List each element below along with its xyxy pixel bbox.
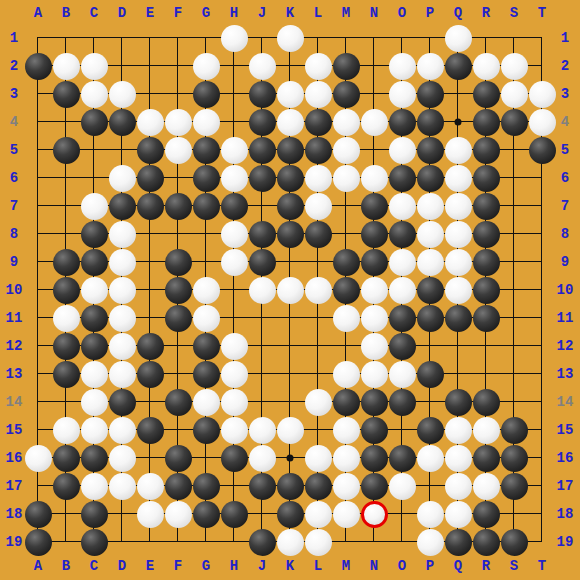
white-stone <box>81 81 108 108</box>
white-stone <box>501 81 528 108</box>
black-stone <box>305 473 332 500</box>
board-point-H3[interactable] <box>220 80 248 108</box>
board-point-G7 <box>192 192 220 220</box>
board-point-N7 <box>360 192 388 220</box>
board-point-B7[interactable] <box>52 192 80 220</box>
board-point-P14[interactable] <box>416 388 444 416</box>
board-point-J9 <box>248 248 276 276</box>
board-point-S6[interactable] <box>500 164 528 192</box>
go-board[interactable]: AABBCCDDEEFFGGHHJJKKLLMMNNOOPPQQRRSSTT11… <box>0 0 580 580</box>
board-point-G9[interactable] <box>192 248 220 276</box>
board-point-N5[interactable] <box>360 136 388 164</box>
board-point-H16 <box>220 444 248 472</box>
white-stone <box>305 389 332 416</box>
black-stone <box>193 417 220 444</box>
column-label-bottom-S: S <box>510 559 518 573</box>
board-point-B4[interactable] <box>52 108 80 136</box>
white-stone <box>389 361 416 388</box>
board-point-K12[interactable] <box>276 332 304 360</box>
board-point-T17[interactable] <box>528 472 556 500</box>
white-stone <box>445 473 472 500</box>
board-point-E14[interactable] <box>136 388 164 416</box>
board-point-B1[interactable] <box>52 24 80 52</box>
board-point-L3 <box>304 80 332 108</box>
board-point-E2[interactable] <box>136 52 164 80</box>
column-label-bottom-N: N <box>370 559 378 573</box>
board-point-B19[interactable] <box>52 528 80 556</box>
black-stone <box>473 109 500 136</box>
white-stone <box>137 473 164 500</box>
board-point-B8[interactable] <box>52 220 80 248</box>
board-point-P16 <box>416 444 444 472</box>
board-point-S3 <box>500 80 528 108</box>
row-label-right-5: 5 <box>561 143 569 157</box>
row-label-left-7: 7 <box>10 199 18 213</box>
board-point-T10[interactable] <box>528 276 556 304</box>
column-label-bottom-B: B <box>62 559 70 573</box>
board-point-K16[interactable] <box>276 444 304 472</box>
board-point-L11[interactable] <box>304 304 332 332</box>
board-point-R16 <box>472 444 500 472</box>
board-point-A14[interactable] <box>24 388 52 416</box>
board-point-N11 <box>360 304 388 332</box>
board-point-B2 <box>52 52 80 80</box>
board-point-S15 <box>500 416 528 444</box>
white-stone <box>473 417 500 444</box>
row-label-right-17: 17 <box>557 479 574 493</box>
black-stone <box>249 529 276 556</box>
board-point-C16 <box>80 444 108 472</box>
board-point-Q4[interactable] <box>444 108 472 136</box>
board-point-E3[interactable] <box>136 80 164 108</box>
board-point-Q17 <box>444 472 472 500</box>
board-point-E19[interactable] <box>136 528 164 556</box>
board-point-O3 <box>388 80 416 108</box>
board-point-N1[interactable] <box>360 24 388 52</box>
board-point-J5 <box>248 136 276 164</box>
white-stone <box>417 529 444 556</box>
board-point-P15 <box>416 416 444 444</box>
row-label-right-1: 1 <box>561 31 569 45</box>
board-point-F2[interactable] <box>164 52 192 80</box>
board-point-E8[interactable] <box>136 220 164 248</box>
black-stone <box>81 445 108 472</box>
white-stone <box>333 417 360 444</box>
board-point-Q3[interactable] <box>444 80 472 108</box>
black-stone <box>473 249 500 276</box>
board-point-L1[interactable] <box>304 24 332 52</box>
row-label-left-15: 15 <box>6 423 23 437</box>
white-stone <box>193 389 220 416</box>
board-point-E13 <box>136 360 164 388</box>
board-point-E1[interactable] <box>136 24 164 52</box>
board-point-B10 <box>52 276 80 304</box>
black-stone <box>473 529 500 556</box>
board-point-R14 <box>472 388 500 416</box>
board-point-F3[interactable] <box>164 80 192 108</box>
board-point-A1[interactable] <box>24 24 52 52</box>
black-stone <box>193 333 220 360</box>
board-point-G18 <box>192 500 220 528</box>
board-point-A11[interactable] <box>24 304 52 332</box>
board-point-L9[interactable] <box>304 248 332 276</box>
black-stone <box>165 193 192 220</box>
white-stone <box>417 445 444 472</box>
board-point-R12[interactable] <box>472 332 500 360</box>
board-point-A5[interactable] <box>24 136 52 164</box>
board-point-N17 <box>360 472 388 500</box>
white-stone <box>193 109 220 136</box>
board-point-S14[interactable] <box>500 388 528 416</box>
column-label-top-H: H <box>230 6 238 20</box>
board-point-G16[interactable] <box>192 444 220 472</box>
board-point-T16[interactable] <box>528 444 556 472</box>
white-stone <box>361 305 388 332</box>
column-label-top-M: M <box>342 6 350 20</box>
board-point-S5[interactable] <box>500 136 528 164</box>
column-label-top-C: C <box>90 6 98 20</box>
board-point-J14[interactable] <box>248 388 276 416</box>
board-point-O13 <box>388 360 416 388</box>
board-point-Q6 <box>444 164 472 192</box>
board-point-A2 <box>24 52 52 80</box>
board-point-B18[interactable] <box>52 500 80 528</box>
black-stone <box>417 417 444 444</box>
board-point-H10[interactable] <box>220 276 248 304</box>
board-point-A12[interactable] <box>24 332 52 360</box>
board-point-T6[interactable] <box>528 164 556 192</box>
board-point-H11[interactable] <box>220 304 248 332</box>
board-point-K14[interactable] <box>276 388 304 416</box>
white-stone <box>333 305 360 332</box>
go-app-screen: AABBCCDDEEFFGGHHJJKKLLMMNNOOPPQQRRSSTT11… <box>0 0 580 580</box>
board-point-C17 <box>80 472 108 500</box>
board-point-A9[interactable] <box>24 248 52 276</box>
row-label-right-15: 15 <box>557 423 574 437</box>
white-stone <box>305 165 332 192</box>
board-point-F1[interactable] <box>164 24 192 52</box>
board-point-C5[interactable] <box>80 136 108 164</box>
board-point-J18[interactable] <box>248 500 276 528</box>
board-points-grid <box>24 24 556 556</box>
white-stone <box>333 445 360 472</box>
board-point-T7[interactable] <box>528 192 556 220</box>
column-label-top-A: A <box>34 6 42 20</box>
column-label-top-T: T <box>538 6 546 20</box>
board-point-O15[interactable] <box>388 416 416 444</box>
board-point-P12[interactable] <box>416 332 444 360</box>
board-point-M12[interactable] <box>332 332 360 360</box>
white-stone <box>109 221 136 248</box>
board-point-R13[interactable] <box>472 360 500 388</box>
board-point-S13[interactable] <box>500 360 528 388</box>
board-point-F6[interactable] <box>164 164 192 192</box>
board-point-B12 <box>52 332 80 360</box>
board-point-H4[interactable] <box>220 108 248 136</box>
board-point-T12[interactable] <box>528 332 556 360</box>
board-point-O1[interactable] <box>388 24 416 52</box>
row-label-right-16: 16 <box>557 451 574 465</box>
white-stone <box>417 193 444 220</box>
board-point-T13[interactable] <box>528 360 556 388</box>
board-point-O18[interactable] <box>388 500 416 528</box>
board-point-H17[interactable] <box>220 472 248 500</box>
board-point-G14 <box>192 388 220 416</box>
board-point-H2[interactable] <box>220 52 248 80</box>
board-point-D10 <box>108 276 136 304</box>
board-point-M3 <box>332 80 360 108</box>
white-stone <box>221 333 248 360</box>
board-point-A7[interactable] <box>24 192 52 220</box>
board-point-D1[interactable] <box>108 24 136 52</box>
column-label-bottom-A: A <box>34 559 42 573</box>
board-point-E11[interactable] <box>136 304 164 332</box>
board-point-F13[interactable] <box>164 360 192 388</box>
board-point-T9[interactable] <box>528 248 556 276</box>
board-point-J12[interactable] <box>248 332 276 360</box>
board-point-E12 <box>136 332 164 360</box>
board-point-G11 <box>192 304 220 332</box>
column-label-bottom-D: D <box>118 559 126 573</box>
board-point-B6[interactable] <box>52 164 80 192</box>
row-label-right-18: 18 <box>557 507 574 521</box>
board-point-C8 <box>80 220 108 248</box>
board-point-S10[interactable] <box>500 276 528 304</box>
board-point-D18[interactable] <box>108 500 136 528</box>
black-stone <box>53 445 80 472</box>
board-point-S8[interactable] <box>500 220 528 248</box>
board-point-B16 <box>52 444 80 472</box>
board-point-T14[interactable] <box>528 388 556 416</box>
black-stone <box>277 473 304 500</box>
board-point-T8[interactable] <box>528 220 556 248</box>
column-label-bottom-L: L <box>314 559 322 573</box>
white-stone <box>109 165 136 192</box>
board-point-K2[interactable] <box>276 52 304 80</box>
board-point-M16 <box>332 444 360 472</box>
black-stone <box>361 389 388 416</box>
board-point-N3[interactable] <box>360 80 388 108</box>
board-point-D11 <box>108 304 136 332</box>
board-point-M1[interactable] <box>332 24 360 52</box>
board-point-Q18 <box>444 500 472 528</box>
board-point-T11[interactable] <box>528 304 556 332</box>
black-stone <box>473 277 500 304</box>
board-point-L15[interactable] <box>304 416 332 444</box>
white-stone <box>445 277 472 304</box>
board-point-M18 <box>332 500 360 528</box>
board-point-E4 <box>136 108 164 136</box>
board-point-O9 <box>388 248 416 276</box>
board-point-J1[interactable] <box>248 24 276 52</box>
black-stone <box>361 249 388 276</box>
board-point-F19[interactable] <box>164 528 192 556</box>
board-point-D5[interactable] <box>108 136 136 164</box>
board-point-A10[interactable] <box>24 276 52 304</box>
board-point-B13 <box>52 360 80 388</box>
board-point-R8 <box>472 220 500 248</box>
board-point-H13 <box>220 360 248 388</box>
board-point-A13[interactable] <box>24 360 52 388</box>
column-label-top-Q: Q <box>454 6 462 20</box>
board-point-O7 <box>388 192 416 220</box>
white-stone <box>221 25 248 52</box>
white-stone <box>445 445 472 472</box>
board-point-L16 <box>304 444 332 472</box>
board-point-T15[interactable] <box>528 416 556 444</box>
board-point-Q12[interactable] <box>444 332 472 360</box>
row-label-left-4: 4 <box>10 115 18 129</box>
white-stone <box>305 445 332 472</box>
black-stone <box>249 221 276 248</box>
board-point-R1[interactable] <box>472 24 500 52</box>
board-point-A19 <box>24 528 52 556</box>
white-stone <box>81 193 108 220</box>
row-label-left-1: 1 <box>10 31 18 45</box>
board-point-A4[interactable] <box>24 108 52 136</box>
board-point-A8[interactable] <box>24 220 52 248</box>
black-stone <box>165 277 192 304</box>
board-point-L13[interactable] <box>304 360 332 388</box>
board-point-G19[interactable] <box>192 528 220 556</box>
board-point-S18[interactable] <box>500 500 528 528</box>
board-point-D2[interactable] <box>108 52 136 80</box>
board-point-L17 <box>304 472 332 500</box>
board-point-Q2 <box>444 52 472 80</box>
board-point-C1[interactable] <box>80 24 108 52</box>
board-point-H12 <box>220 332 248 360</box>
board-point-F8[interactable] <box>164 220 192 248</box>
board-point-N19[interactable] <box>360 528 388 556</box>
board-point-D8 <box>108 220 136 248</box>
white-stone <box>109 473 136 500</box>
black-stone <box>25 529 52 556</box>
board-point-R2 <box>472 52 500 80</box>
board-point-A3[interactable] <box>24 80 52 108</box>
board-point-D14 <box>108 388 136 416</box>
board-point-J16 <box>248 444 276 472</box>
board-point-P1[interactable] <box>416 24 444 52</box>
board-point-S9[interactable] <box>500 248 528 276</box>
board-point-J13[interactable] <box>248 360 276 388</box>
board-point-M7[interactable] <box>332 192 360 220</box>
white-stone <box>305 193 332 220</box>
board-point-D3 <box>108 80 136 108</box>
board-point-A17[interactable] <box>24 472 52 500</box>
white-stone <box>333 137 360 164</box>
black-stone <box>473 389 500 416</box>
board-point-N10 <box>360 276 388 304</box>
board-point-K8 <box>276 220 304 248</box>
board-point-H19[interactable] <box>220 528 248 556</box>
board-point-L19 <box>304 528 332 556</box>
black-stone <box>473 165 500 192</box>
board-point-H18 <box>220 500 248 528</box>
board-point-K17 <box>276 472 304 500</box>
board-point-F4 <box>164 108 192 136</box>
white-stone <box>445 501 472 528</box>
board-point-D19[interactable] <box>108 528 136 556</box>
board-point-S7[interactable] <box>500 192 528 220</box>
board-point-E16[interactable] <box>136 444 164 472</box>
board-point-E10[interactable] <box>136 276 164 304</box>
board-point-T1[interactable] <box>528 24 556 52</box>
board-point-C6[interactable] <box>80 164 108 192</box>
board-point-G8[interactable] <box>192 220 220 248</box>
board-point-B14[interactable] <box>52 388 80 416</box>
black-stone <box>81 333 108 360</box>
board-point-P17[interactable] <box>416 472 444 500</box>
column-label-bottom-T: T <box>538 559 546 573</box>
black-stone <box>277 137 304 164</box>
board-point-J11[interactable] <box>248 304 276 332</box>
board-point-K11[interactable] <box>276 304 304 332</box>
board-point-T19[interactable] <box>528 528 556 556</box>
board-point-P9 <box>416 248 444 276</box>
board-point-O19[interactable] <box>388 528 416 556</box>
board-point-F12[interactable] <box>164 332 192 360</box>
column-label-bottom-H: H <box>230 559 238 573</box>
board-point-C13 <box>80 360 108 388</box>
board-point-R9 <box>472 248 500 276</box>
board-point-N2[interactable] <box>360 52 388 80</box>
black-stone <box>473 501 500 528</box>
black-stone <box>193 165 220 192</box>
column-label-top-R: R <box>482 6 490 20</box>
row-label-left-3: 3 <box>10 87 18 101</box>
black-stone <box>165 305 192 332</box>
board-point-S12[interactable] <box>500 332 528 360</box>
white-stone <box>81 53 108 80</box>
board-point-S1[interactable] <box>500 24 528 52</box>
white-stone <box>445 193 472 220</box>
board-point-T2[interactable] <box>528 52 556 80</box>
white-stone <box>81 417 108 444</box>
board-point-L12[interactable] <box>304 332 332 360</box>
black-stone <box>193 137 220 164</box>
board-point-A6[interactable] <box>24 164 52 192</box>
board-point-M19[interactable] <box>332 528 360 556</box>
white-stone <box>529 109 556 136</box>
white-stone <box>165 109 192 136</box>
board-point-A15[interactable] <box>24 416 52 444</box>
column-label-bottom-Q: Q <box>454 559 462 573</box>
board-point-K13[interactable] <box>276 360 304 388</box>
board-point-F15[interactable] <box>164 416 192 444</box>
white-stone <box>305 277 332 304</box>
board-point-E9[interactable] <box>136 248 164 276</box>
board-point-Q15 <box>444 416 472 444</box>
board-point-M8[interactable] <box>332 220 360 248</box>
white-stone <box>445 165 472 192</box>
column-label-top-K: K <box>286 6 294 20</box>
black-stone <box>361 193 388 220</box>
board-point-G1[interactable] <box>192 24 220 52</box>
board-point-K10 <box>276 276 304 304</box>
board-point-E15 <box>136 416 164 444</box>
board-point-M5 <box>332 136 360 164</box>
board-point-T18[interactable] <box>528 500 556 528</box>
row-label-right-3: 3 <box>561 87 569 101</box>
board-point-Q13[interactable] <box>444 360 472 388</box>
board-point-S11[interactable] <box>500 304 528 332</box>
white-stone <box>361 109 388 136</box>
board-point-J7[interactable] <box>248 192 276 220</box>
black-stone <box>137 193 164 220</box>
black-stone <box>333 81 360 108</box>
board-point-K9[interactable] <box>276 248 304 276</box>
board-point-K7 <box>276 192 304 220</box>
